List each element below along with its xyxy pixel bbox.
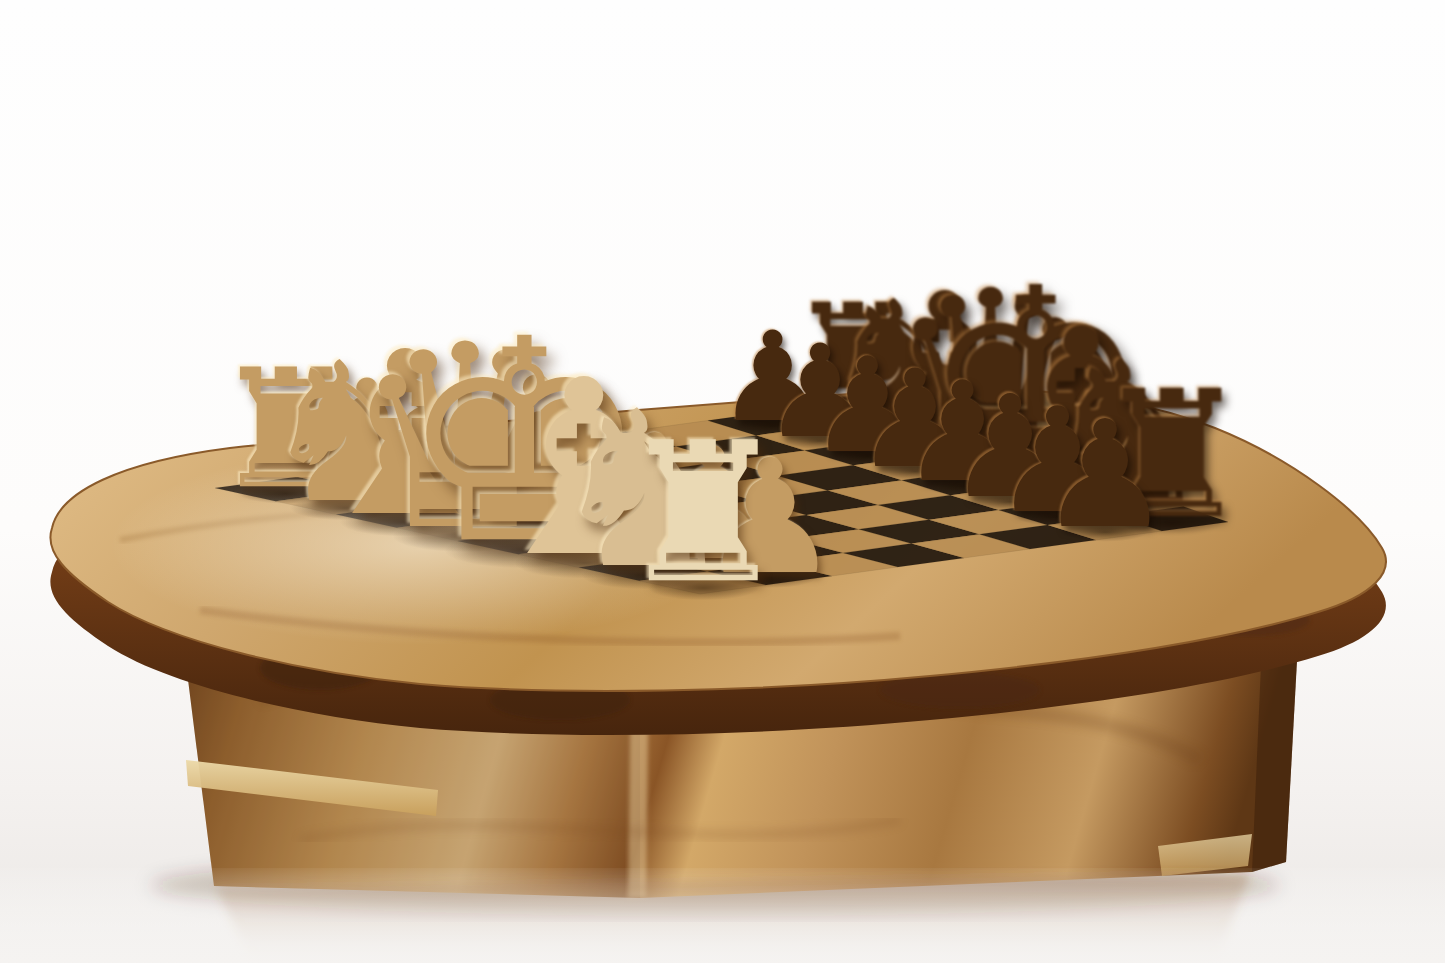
piece-black-pawn-h7: ♟ (1039, 401, 1172, 549)
piece-white-rook-h1: ♜ (617, 417, 790, 610)
pieces-layer: ♜♞♝♛♚♝♞♜♟♟♟♟♟♟♟♟♟♟♟♟♟♟♟♟♜♞♝♛♚♝♞♜ (0, 0, 1445, 963)
chess-set-photo: ♜♞♝♛♚♝♞♜♟♟♟♟♟♟♟♟♟♟♟♟♟♟♟♟♜♞♝♛♚♝♞♜ (0, 0, 1445, 963)
